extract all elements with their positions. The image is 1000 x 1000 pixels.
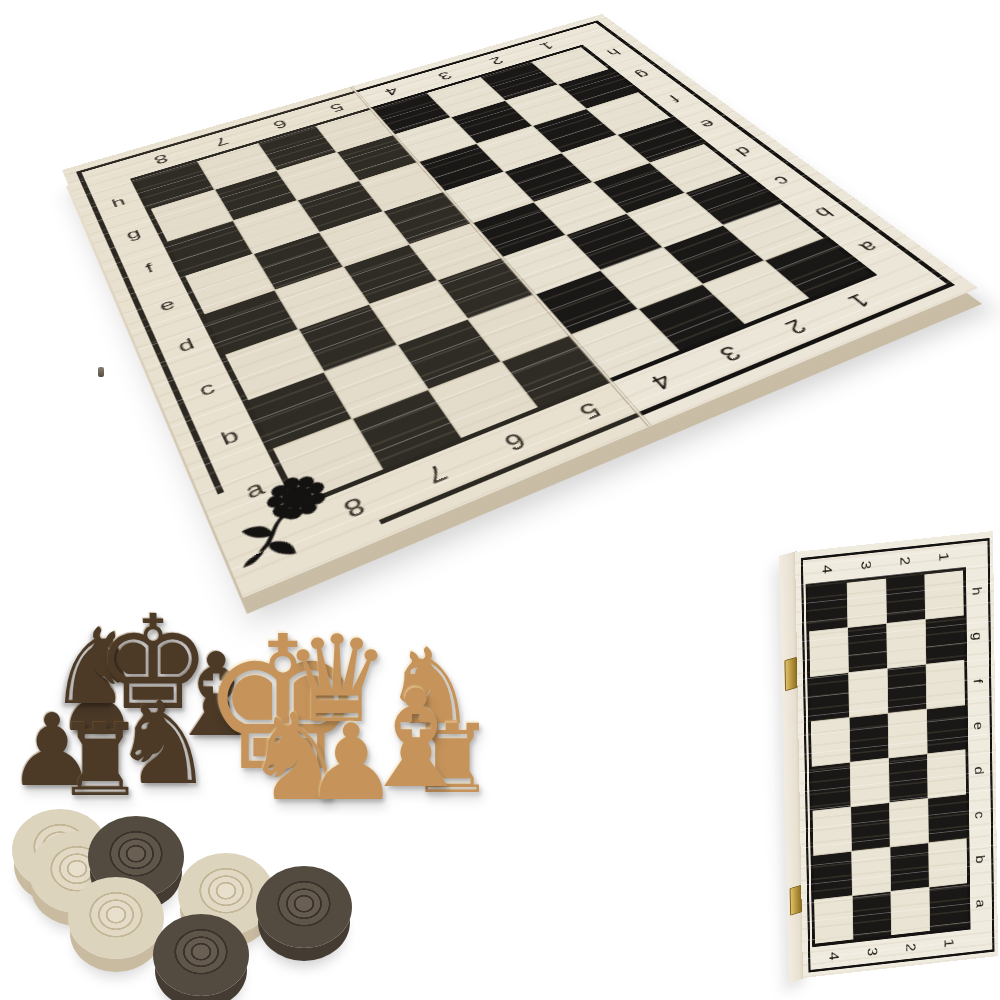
piece-dark-knight: ♞ (111, 686, 214, 801)
folded-rank-label-1-top: 1 (937, 552, 951, 562)
hinge-icon-1 (784, 657, 797, 692)
file-label-b-left: b (217, 424, 241, 448)
file-label-e-right: e (696, 117, 719, 130)
checker-light (68, 877, 164, 959)
hinge-icon-2 (790, 885, 802, 916)
file-label-e-left: e (156, 295, 177, 313)
folded-square-e3 (850, 714, 889, 762)
folded-file-label-b-right: b (974, 855, 987, 864)
folded-file-label-g-right: g (971, 631, 984, 641)
folded-square-c4 (813, 807, 852, 855)
product-photo-stage: 8765432187654321hgfedcbahgfedcba 4321432… (0, 0, 1000, 1000)
file-label-f-right: f (666, 93, 682, 103)
folded-board-top-line (801, 538, 990, 561)
folded-board-right-line (987, 538, 994, 952)
folded-square-e1 (927, 705, 965, 753)
rank-label-4-top: 4 (382, 86, 401, 98)
folded-rank-label-2-bottom: 2 (904, 942, 917, 952)
folded-square-g4 (809, 628, 848, 676)
file-label-d-left: d (175, 334, 197, 354)
rank-label-5-bottom: 5 (574, 399, 604, 423)
folded-square-c1 (928, 795, 966, 843)
folded-square-d4 (812, 763, 851, 811)
folded-square-a2 (891, 888, 929, 936)
folded-rank-label-3-bottom: 3 (866, 947, 879, 957)
folded-square-e4 (811, 718, 850, 766)
folded-square-g1 (926, 616, 965, 664)
open-board-edge-screw-icon (98, 367, 104, 377)
rank-label-3-top: 3 (435, 70, 454, 82)
file-label-g-right: g (633, 69, 653, 80)
folded-square-c3 (851, 803, 890, 851)
folded-file-label-h-right: h (970, 586, 983, 596)
file-label-a-right: a (855, 238, 883, 255)
folded-rank-label-4-bottom: 4 (827, 951, 840, 961)
folded-square-b4 (813, 852, 852, 900)
file-label-c-right: c (770, 174, 794, 188)
rank-label-7-bottom: 7 (421, 461, 451, 488)
rank-label-7-top: 7 (212, 135, 231, 148)
folded-square-f3 (849, 669, 888, 717)
folded-file-label-e-right: e (972, 721, 985, 731)
rank-label-1-bottom: 1 (843, 291, 874, 311)
rank-label-6-bottom: 6 (500, 429, 530, 455)
folded-rank-label-4-top: 4 (820, 564, 834, 574)
file-label-f-left: f (143, 260, 156, 275)
rank-label-5-top: 5 (327, 102, 346, 114)
folded-file-label-c-right: c (973, 811, 986, 820)
rank-label-2-top: 2 (487, 55, 507, 66)
checker-dark (153, 914, 249, 996)
rank-label-3-bottom: 3 (715, 343, 746, 365)
folded-square-h1 (925, 570, 964, 618)
folded-square-c2 (890, 799, 928, 847)
folded-square-f1 (926, 661, 965, 709)
folded-square-h4 (808, 583, 847, 631)
rank-label-2-bottom: 2 (780, 317, 811, 338)
folded-chessboard: 43214321hgfedcba (795, 531, 998, 978)
folded-square-h2 (886, 575, 925, 623)
folded-square-a4 (814, 896, 853, 944)
piece-light-pawn: ♟ (304, 711, 398, 816)
file-label-d-right: d (732, 144, 756, 158)
rank-label-6-top: 6 (270, 118, 289, 131)
file-label-c-left: c (196, 377, 217, 398)
folded-square-f2 (888, 665, 927, 713)
folded-square-d1 (928, 750, 966, 798)
folded-board-field (806, 567, 971, 947)
file-label-h-left: h (109, 194, 127, 209)
folded-square-g3 (848, 624, 887, 672)
open-chessboard: 8765432187654321hgfedcbahgfedcba (62, 14, 978, 598)
folded-square-b1 (929, 839, 967, 887)
rank-label-4-bottom: 4 (646, 371, 676, 394)
folded-file-label-f-right: f (972, 678, 985, 683)
rank-label-1-top: 1 (537, 41, 557, 52)
folded-square-g2 (887, 620, 926, 668)
folded-square-b3 (852, 848, 890, 896)
folded-square-f4 (810, 673, 849, 721)
rank-label-8-top: 8 (151, 153, 169, 167)
folded-square-e2 (888, 710, 927, 758)
folded-rank-label-1-bottom: 1 (942, 938, 955, 948)
folded-square-d3 (850, 758, 889, 806)
folded-square-a1 (930, 883, 968, 931)
checker-dark (256, 866, 352, 948)
folded-square-d2 (889, 754, 928, 802)
folded-square-b2 (890, 843, 928, 891)
folded-rank-label-3-top: 3 (859, 560, 873, 570)
file-label-b-right: b (811, 205, 837, 221)
folded-rank-label-2-top: 2 (898, 556, 912, 566)
folded-square-a3 (853, 892, 891, 940)
file-label-h-right: h (604, 47, 624, 58)
folded-file-label-a-right: a (974, 899, 987, 908)
folded-square-h3 (847, 579, 886, 627)
folded-file-label-d-right: d (973, 766, 986, 775)
file-label-g-left: g (124, 225, 143, 241)
